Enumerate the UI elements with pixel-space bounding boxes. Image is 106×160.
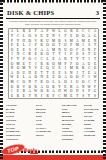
grid-cell: T xyxy=(52,53,54,56)
grid-cell: T xyxy=(58,53,60,56)
grid-cell: A xyxy=(29,89,31,92)
grid-cell: M xyxy=(58,62,61,65)
instructions: Find the computer words hidden in the gr… xyxy=(8,20,98,26)
grid-cell: E xyxy=(76,53,78,56)
grid-cell: P xyxy=(11,39,13,42)
grid-cell: G xyxy=(94,89,96,92)
puzzle-number: 3 xyxy=(96,9,99,17)
grid-cell: M xyxy=(82,39,85,42)
grid-cell: B xyxy=(40,53,42,56)
grid-cell: W xyxy=(34,89,37,92)
grid-cell: T xyxy=(41,71,43,74)
grid-cell: O xyxy=(23,80,25,83)
grid-cell: O xyxy=(70,76,72,79)
grid-cell: T xyxy=(29,94,31,97)
grid-cell: A xyxy=(58,57,60,60)
page: DISK & CHIPS 3 Find the computer words h… xyxy=(0,0,106,160)
grid-cell: O xyxy=(82,34,84,37)
grid-cell: F xyxy=(35,43,37,46)
grid-cell: L xyxy=(52,80,54,83)
grid-cell: E xyxy=(88,39,90,42)
grid-cell: E xyxy=(64,85,66,88)
grid-cell: T xyxy=(35,80,37,83)
grid-cell: N xyxy=(94,39,96,42)
grid-cell: O xyxy=(46,43,48,46)
grid-cell: E xyxy=(52,71,54,74)
grid-cell: E xyxy=(52,57,54,60)
grid-cell: K xyxy=(70,85,72,88)
grid-cell: P xyxy=(11,43,13,46)
grid-cell: W xyxy=(87,85,90,88)
grid-cell: E xyxy=(23,94,25,97)
grid-cell: F xyxy=(76,48,78,51)
word-list-column-1: ACCESSBLANKCABLECHIPSCIRCUITCLEARCLOSECO… xyxy=(6,103,21,141)
grid-cell: P xyxy=(64,62,66,65)
grid-cell: A xyxy=(46,48,48,51)
grid-cell: Y xyxy=(58,85,60,88)
grid-cell: W xyxy=(93,76,96,79)
grid-cell: I xyxy=(83,43,84,46)
grid-cell: E xyxy=(47,76,49,79)
grid-cell: N xyxy=(11,66,13,69)
grid-cell: A xyxy=(11,30,13,33)
grid-cell: A xyxy=(40,85,42,88)
page-border-right xyxy=(103,0,106,160)
grid-cell: O xyxy=(82,80,84,83)
grid-cell: P xyxy=(23,57,25,60)
grid-cell: O xyxy=(11,48,13,51)
scanned-puzzle-page: DISK & CHIPS 3 Find the computer words h… xyxy=(0,0,106,160)
grid-cell: T xyxy=(47,71,49,74)
grid-cell: O xyxy=(17,66,19,69)
grid-cell: R xyxy=(64,57,66,60)
grid-cell: R xyxy=(17,94,19,97)
instructions-line-2: right, will spell out words related to t… xyxy=(8,23,98,26)
grid-cell: I xyxy=(71,80,72,83)
grid-cell: P xyxy=(47,30,49,33)
grid-cell: Y xyxy=(17,57,19,60)
grid-cell: A xyxy=(29,76,31,79)
grid-cell: P xyxy=(35,48,37,51)
grid-cell: E xyxy=(29,30,31,33)
grid-cell: M xyxy=(64,94,67,97)
grid-cell: C xyxy=(11,89,13,92)
grid-cell: C xyxy=(17,34,19,37)
grid-cell: R xyxy=(40,43,42,46)
grid-cell: E xyxy=(35,71,37,74)
grid-cell: O xyxy=(52,62,54,65)
grid-cell: F xyxy=(94,48,96,51)
grid-cell: V xyxy=(34,66,36,69)
grid-cell: I xyxy=(89,76,90,79)
grid-cell: S xyxy=(82,94,84,97)
word-list-column-2: DATADELETEDEVICEDISKFILEFINDFLOPPYHARDWA… xyxy=(36,103,51,137)
topbooks-stamp: TOP Books xyxy=(0,142,45,158)
grid-cell: V xyxy=(34,39,36,42)
grid-cell: E xyxy=(47,34,49,37)
grid-cell: E xyxy=(88,71,90,74)
grid-cell: L xyxy=(47,57,49,60)
grid-cell: K xyxy=(29,53,31,56)
grid-cell: O xyxy=(52,43,54,46)
grid-cell: E xyxy=(23,62,25,65)
grid-cell: I xyxy=(11,53,12,56)
grid-cell: T xyxy=(94,80,96,83)
grid-cell: F xyxy=(35,30,37,33)
grid-cell: D xyxy=(29,85,31,88)
grid-cell: I xyxy=(65,66,66,69)
grid-cell: N xyxy=(40,76,42,79)
grid-cell: M xyxy=(22,66,25,69)
grid-cell: F xyxy=(94,85,96,88)
grid-cell: N xyxy=(29,80,31,83)
grid-cell: A xyxy=(76,39,78,42)
grid-cell: T xyxy=(94,43,96,46)
grid-cell: E xyxy=(17,43,19,46)
grid-cell: T xyxy=(82,57,84,60)
grid-cell: R xyxy=(40,80,42,83)
grid-cell: F xyxy=(64,34,66,37)
grid-cell: S xyxy=(94,94,96,97)
grid-cell: I xyxy=(35,62,36,65)
grid-cell: A xyxy=(94,71,96,74)
grid-cell: C xyxy=(35,57,37,60)
grid-cell: E xyxy=(17,89,19,92)
grid-cell: O xyxy=(11,62,13,65)
grid-cell: W xyxy=(64,89,67,92)
grid-cell: V xyxy=(23,85,25,88)
grid-cell: O xyxy=(70,48,72,51)
grid-cell: G xyxy=(94,34,96,37)
grid-cell: I xyxy=(41,94,42,97)
grid-cell: N xyxy=(34,94,36,97)
grid-cell: T xyxy=(82,71,84,74)
grid-cell: M xyxy=(70,66,73,69)
grid-cell: Q xyxy=(46,66,48,69)
grid-cell: S xyxy=(82,89,84,92)
puzzle-title: DISK & CHIPS xyxy=(7,9,54,17)
grid-cell: E xyxy=(70,34,72,37)
grid-cell: D xyxy=(40,89,42,92)
grid-cell: M xyxy=(16,62,19,65)
grid-cell: D xyxy=(17,71,19,74)
grid-cell: E xyxy=(82,48,84,51)
grid-cell: D xyxy=(76,34,78,37)
grid-cell: A xyxy=(11,71,13,74)
topbooks-stamp-underbar xyxy=(30,153,38,155)
word-list-item: SCREEN xyxy=(62,137,77,141)
grid-cell: H xyxy=(29,71,31,74)
grid-cell: B xyxy=(52,85,54,88)
grid-cell: E xyxy=(58,71,60,74)
grid-cell: K xyxy=(76,66,78,69)
grid-cell: D xyxy=(58,76,60,79)
grid-cell: D xyxy=(76,76,78,79)
grid-cell: M xyxy=(52,48,55,51)
grid-cell: D xyxy=(34,76,36,79)
grid-cell: H xyxy=(76,89,78,92)
grid-cell: E xyxy=(76,30,78,33)
grid-cell: I xyxy=(89,57,90,60)
grid-cell: Y xyxy=(88,94,90,97)
title-rule xyxy=(6,18,100,19)
grid-cell: O xyxy=(70,89,72,92)
grid-cell: L xyxy=(58,30,60,33)
grid-cell: A xyxy=(88,34,90,37)
grid-cell: C xyxy=(88,66,90,69)
topbooks-stamp-top-label: TOP xyxy=(6,145,19,154)
grid-cell: E xyxy=(41,34,43,37)
grid-cell: L xyxy=(17,30,19,33)
grid-cell: B xyxy=(58,39,60,42)
word-list-item: CONTROL xyxy=(6,137,21,141)
grid-cell: R xyxy=(23,30,25,33)
grid-cell: F xyxy=(70,62,72,65)
grid-cell: Y xyxy=(76,57,78,60)
grid-cell: U xyxy=(64,48,66,51)
grid-cell: W xyxy=(52,30,55,33)
grid-cell: I xyxy=(59,34,60,37)
grid-cell: I xyxy=(65,53,66,56)
grid-cell: N xyxy=(70,71,72,74)
grid-cell: G xyxy=(64,30,66,33)
grid-cell: A xyxy=(52,89,54,92)
grid-cell: O xyxy=(11,85,13,88)
grid-cell: Y xyxy=(29,66,31,69)
grid-cell: Y xyxy=(17,39,19,42)
grid-cell: E xyxy=(94,66,96,69)
grid-cell: T xyxy=(76,94,78,97)
grid-cell: U xyxy=(94,53,96,56)
grid-cell: L xyxy=(58,80,60,83)
grid-cell: W xyxy=(10,76,13,79)
grid-cell: D xyxy=(29,39,31,42)
grid-cell: U xyxy=(88,62,90,65)
grid-cell: E xyxy=(94,62,96,65)
grid-cell: E xyxy=(58,66,60,69)
grid-cell: S xyxy=(64,71,66,74)
word-list-item: INPUT xyxy=(36,133,51,137)
grid-cell: A xyxy=(82,62,84,65)
grid-cell: K xyxy=(82,66,84,69)
grid-cell: O xyxy=(46,53,48,56)
grid-cell: E xyxy=(17,48,19,51)
grid-cell: E xyxy=(35,53,37,56)
grid-cell: A xyxy=(64,76,66,79)
grid-cell: B xyxy=(70,30,72,33)
grid-cell: E xyxy=(11,94,13,97)
grid-cell: S xyxy=(88,43,90,46)
grid-cell: L xyxy=(23,43,25,46)
grid-cell: M xyxy=(70,39,73,42)
word-list-column-3: KEYBOARDLISTMENUMODEMMONITORMOUSEOPENOUT… xyxy=(62,103,77,141)
grid-cell: S xyxy=(29,48,31,51)
grid-cell: R xyxy=(35,85,37,88)
grid-cell: U xyxy=(52,66,54,69)
grid-cell: H xyxy=(23,39,25,42)
word-list: ACCESSBLANKCABLECHIPSCIRCUITCLEARCLOSECO… xyxy=(6,103,101,142)
grid-cell: U xyxy=(76,80,78,83)
word-list-item: WINDOW xyxy=(84,133,98,137)
grid-cell: F xyxy=(82,76,84,79)
grid-cell: L xyxy=(23,34,25,37)
grid-cell: H xyxy=(58,89,60,92)
grid-cell: U xyxy=(23,71,25,74)
grid-cell: O xyxy=(29,34,31,37)
grid-cell: M xyxy=(76,43,79,46)
grid-cell: A xyxy=(40,30,42,33)
grid-cell: T xyxy=(88,53,90,56)
grid-cell: S xyxy=(35,34,37,37)
grid-cell: L xyxy=(23,76,25,79)
grid-cell: O xyxy=(46,80,48,83)
grid-cell: E xyxy=(23,48,25,51)
grid-cell: U xyxy=(46,39,48,42)
grid-cell: I xyxy=(77,71,78,74)
grid-cell: R xyxy=(46,62,48,65)
word-list-column-4: SHOWSOFTWARESOUNDSTARTSYSTEMUSERVIRUSVOL… xyxy=(84,103,98,137)
grid-cell: E xyxy=(52,76,54,79)
grid-cell: R xyxy=(46,94,48,97)
grid-cell: C xyxy=(58,94,60,97)
word-search-grid: ALREFAPWLGBECCAYCLOSEENIFEDOAGPYHDVKUMBS… xyxy=(9,29,99,99)
grid-cell: F xyxy=(11,57,13,60)
grid-cell: T xyxy=(94,57,96,60)
grid-cell: O xyxy=(46,85,48,88)
grid-cell: Y xyxy=(11,34,13,37)
grid-cell: P xyxy=(70,53,72,56)
grid-cell: S xyxy=(64,39,66,42)
grid-cell: C xyxy=(40,57,42,60)
grid-cell: P xyxy=(53,94,55,97)
grid-cell: D xyxy=(64,80,66,83)
grid-cell: O xyxy=(29,57,31,60)
topbooks-stamp-oval: TOP xyxy=(0,142,25,157)
grid-cell: C xyxy=(88,30,90,33)
grid-cell: T xyxy=(29,62,31,65)
puzzle-header: DISK & CHIPS 3 xyxy=(6,9,100,18)
grid-cell: S xyxy=(82,53,84,56)
grid-cell: N xyxy=(17,53,19,56)
grid-cell: R xyxy=(40,62,42,65)
grid-cell: A xyxy=(76,85,78,88)
grid-cell: T xyxy=(58,43,60,46)
grid-cell: N xyxy=(88,48,90,51)
grid-cell: M xyxy=(52,39,55,42)
page-border-top xyxy=(0,0,106,3)
grid-cell: B xyxy=(17,85,19,88)
grid-cell: N xyxy=(58,48,60,51)
grid-cell: T xyxy=(70,57,72,60)
grid-cell: U xyxy=(64,43,66,46)
grid-cell: C xyxy=(17,80,19,83)
grid-cell: I xyxy=(29,43,30,46)
grid-cell: E xyxy=(70,94,72,97)
grid-cell: C xyxy=(82,30,84,33)
grid-cell: A xyxy=(94,30,96,33)
grid-cell: C xyxy=(88,80,90,83)
grid-cell: E xyxy=(41,66,43,69)
grid-cell: P xyxy=(88,89,90,92)
grid-cell: M xyxy=(10,80,13,83)
page-border-left xyxy=(0,0,3,160)
grid-cell: P xyxy=(70,43,72,46)
grid-cell: K xyxy=(40,39,42,42)
grid-cell: C xyxy=(23,53,25,56)
grid-cell: R xyxy=(23,89,25,92)
grid-cell: N xyxy=(52,34,54,37)
grid-cell: E xyxy=(17,76,19,79)
grid-cell: N xyxy=(82,85,84,88)
grid-cell: R xyxy=(46,89,48,92)
grid-cell: O xyxy=(76,62,78,65)
grid-cell: A xyxy=(40,48,42,51)
